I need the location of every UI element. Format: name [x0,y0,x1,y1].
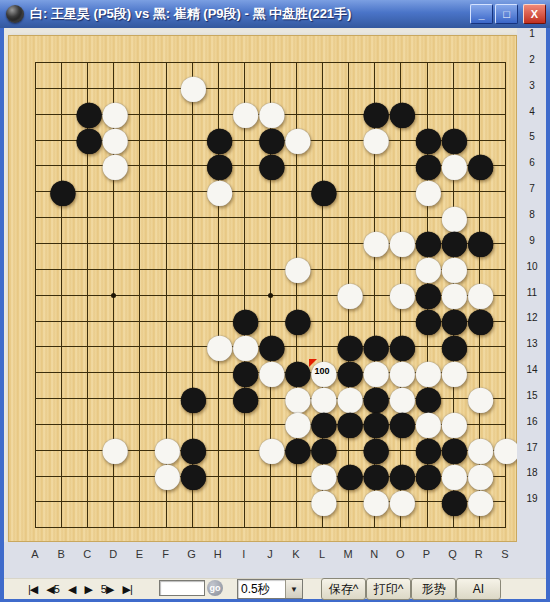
white-stone: ● [257,360,282,385]
row-label: 9 [520,235,544,246]
row-label: 7 [520,183,544,194]
white-stone: ● [362,127,387,152]
col-label: C [79,548,95,560]
white-stone: ● [205,179,230,204]
row-label: 16 [520,416,544,427]
row-label: 8 [520,209,544,220]
row-label: 19 [520,493,544,504]
grid-line [35,501,506,502]
black-stone: ● [414,308,439,333]
go-button[interactable]: go [207,580,223,596]
col-label: S [497,548,513,560]
col-label: M [340,548,356,560]
row-labels: 12345678910111213141516171819 [517,28,546,578]
black-stone: ● [284,308,309,333]
white-stone: ● [179,75,204,100]
row-label: 11 [520,287,544,298]
white-stone: ● [466,386,491,411]
white-stone: ● [388,489,413,514]
black-stone: ● [466,153,491,178]
black-stone: ● [257,153,282,178]
white-stone: ● [310,489,335,514]
col-label: G [184,548,200,560]
app-window: 白: 王星昊 (P5段) vs 黑: 崔精 (P9段) - 黑 中盘胜(221手… [0,0,550,602]
row-label: 1 [520,28,544,39]
black-stone: ● [310,179,335,204]
window-title: 白: 王星昊 (P5段) vs 黑: 崔精 (P9段) - 黑 中盘胜(221手… [30,5,468,23]
col-label: A [27,548,43,560]
col-label: E [131,548,147,560]
col-label: B [53,548,69,560]
white-stone: ● [284,256,309,281]
minimize-button[interactable]: _ [470,4,493,24]
col-label: D [105,548,121,560]
black-stone: ● [388,411,413,436]
row-label: 12 [520,312,544,323]
white-stone: ● [153,463,178,488]
row-label: 2 [520,54,544,65]
white-stone: ● [440,153,465,178]
col-label: O [392,548,408,560]
black-stone: ● [284,437,309,462]
row-label: 15 [520,390,544,401]
white-stone: ● [101,437,126,462]
close-button[interactable]: X [523,4,546,24]
black-stone: ● [466,308,491,333]
go-board[interactable]: ●●●●●●●●●●●●●●●●●●●●●●●●●●●●●●●●●●●●●●●●… [8,35,517,542]
nav-bar: |◀◀5◀▶5▶▶| [28,579,132,599]
row-label: 10 [520,261,544,272]
col-label: L [314,548,330,560]
white-stone: ● [466,489,491,514]
maximize-button[interactable]: □ [495,4,518,24]
black-stone: ● [440,489,465,514]
row-label: 6 [520,157,544,168]
row-label: 17 [520,442,544,453]
row-label: 5 [520,131,544,142]
col-label: F [158,548,174,560]
white-stone: ● [336,282,361,307]
ai-button[interactable]: AI [456,578,501,600]
window-body: ●●●●●●●●●●●●●●●●●●●●●●●●●●●●●●●●●●●●●●●●… [4,28,546,598]
chevron-down-icon[interactable]: ▼ [285,580,302,598]
black-stone: ● [414,463,439,488]
last-move-marker-icon [309,359,317,367]
white-stone: ● [440,360,465,385]
col-label: I [236,548,252,560]
app-logo-icon [6,5,24,23]
white-stone: ● [362,489,387,514]
col-label: J [262,548,278,560]
col-label: K [288,548,304,560]
white-stone: ● [231,101,256,126]
white-stone: ● [284,127,309,152]
save-button[interactable]: 保存^ [321,578,366,600]
black-stone: ● [336,411,361,436]
black-stone: ● [388,101,413,126]
delay-select[interactable]: 0.5秒 ▼ [237,579,303,599]
row-label: 14 [520,364,544,375]
white-stone: ● [388,282,413,307]
black-stone: ● [466,230,491,255]
col-label: H [210,548,226,560]
white-stone: ● [362,230,387,255]
titlebar: 白: 王星昊 (P5段) vs 黑: 崔精 (P9段) - 黑 中盘胜(221手… [0,0,550,28]
black-stone: ● [75,127,100,152]
col-label: R [471,548,487,560]
star-point [268,293,273,298]
nav-forward[interactable]: ▶ [84,583,91,596]
black-stone: ● [179,386,204,411]
nav-forward5[interactable]: 5▶ [101,583,114,596]
nav-last[interactable]: ▶| [122,583,131,596]
white-stone: ● [388,230,413,255]
row-label: 18 [520,467,544,478]
control-bar: |◀◀5◀▶5▶▶| go 0.5秒 ▼ 保存^打印^形势AI [4,578,546,599]
move-number-input[interactable] [159,580,205,596]
black-stone: ● [231,386,256,411]
situation-button[interactable]: 形势 [411,578,456,600]
white-stone: ● [414,179,439,204]
delay-value: 0.5秒 [238,580,285,598]
col-labels: ABCDEFGHIJKLMNOPQRS [4,542,517,578]
black-stone: ● [336,463,361,488]
col-label: Q [445,548,461,560]
col-label: P [419,548,435,560]
star-point [111,293,116,298]
white-stone: ● [492,437,517,462]
grid-line [35,527,506,528]
print-button[interactable]: 打印^ [366,578,411,600]
white-stone: ● [101,153,126,178]
nav-back5[interactable]: ◀5 [46,583,59,596]
white-stone: ● [257,437,282,462]
row-label: 4 [520,106,544,117]
black-stone: ● [49,179,74,204]
move-number-label: 100 [310,366,335,376]
nav-back[interactable]: ◀ [68,583,75,596]
black-stone: ● [179,463,204,488]
row-label: 13 [520,338,544,349]
white-stone: ● [205,334,230,359]
col-label: N [366,548,382,560]
nav-first[interactable]: |◀ [28,583,37,596]
row-label: 3 [520,80,544,91]
